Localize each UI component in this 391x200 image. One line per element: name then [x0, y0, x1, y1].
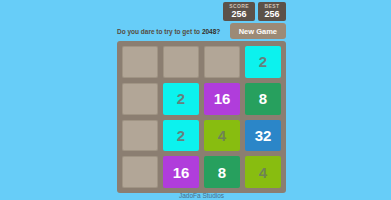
- tile-8-r3c2: 8: [204, 156, 240, 188]
- subheader: Do you dare to try to get to 2048? New G…: [117, 23, 286, 39]
- tagline-text: Do you dare to try to get to: [117, 28, 202, 35]
- tile-2-r2c1: 2: [163, 120, 199, 152]
- tile-4-r2c2: 4: [204, 120, 240, 152]
- empty-cell-r3c0: [122, 156, 158, 188]
- tile-16-r3c1: 16: [163, 156, 199, 188]
- empty-cell-r0c1: [163, 46, 199, 78]
- new-game-button[interactable]: New Game: [230, 23, 286, 39]
- tagline-goal: 2048?: [202, 28, 220, 35]
- best-score-box: BEST 256: [258, 2, 286, 21]
- board-grid: 2216824321684: [117, 41, 286, 193]
- empty-cell-r0c2: [204, 46, 240, 78]
- tagline: Do you dare to try to get to 2048?: [117, 28, 220, 35]
- score-panel: SCORE 256 BEST 256: [223, 2, 286, 21]
- tile-8-r1c3: 8: [245, 83, 281, 115]
- credit-text: JadoFa Studios: [117, 192, 286, 199]
- score-box: SCORE 256: [223, 2, 255, 21]
- empty-cell-r1c0: [122, 83, 158, 115]
- empty-cell-r0c0: [122, 46, 158, 78]
- tile-2-r0c3: 2: [245, 46, 281, 78]
- tile-2-r1c1: 2: [163, 83, 199, 115]
- score-value: 256: [229, 10, 249, 19]
- game-stage: SCORE 256 BEST 256 Do you dare to try to…: [0, 0, 391, 200]
- empty-cell-r2c0: [122, 120, 158, 152]
- tile-4-r3c3: 4: [245, 156, 281, 188]
- best-value: 256: [264, 10, 280, 19]
- tile-16-r1c2: 16: [204, 83, 240, 115]
- tile-32-r2c3: 32: [245, 120, 281, 152]
